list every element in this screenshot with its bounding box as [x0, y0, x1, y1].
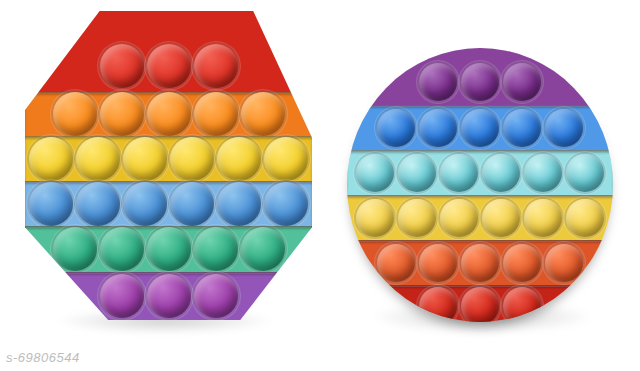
- circle-popit-row-yellow: [347, 195, 613, 240]
- circle-popit-bubble-cyan-3: [440, 154, 478, 192]
- circle-popit-bubble-cyan-2: [398, 154, 436, 192]
- octagon-popit-bubble-purple-1: [100, 274, 144, 318]
- octagon-popit-bubble-green-2: [100, 227, 144, 271]
- circle-popit-bubble-orange-1: [377, 244, 415, 282]
- octagon-popit-bubble-orange-3: [147, 92, 191, 136]
- octagon-popit-bubble-yellow-1: [29, 137, 73, 181]
- product-photo: s-69806544: [0, 0, 640, 371]
- octagon-popit-bubble-yellow-5: [217, 137, 261, 181]
- octagon-popit-bubble-orange-2: [100, 92, 144, 136]
- octagon-popit-bubble-green-4: [194, 227, 238, 271]
- circle-popit-bubble-yellow-6: [566, 199, 604, 237]
- circle-popit-row-purple: [347, 48, 613, 105]
- octagon-popit-bubble-blue-6: [264, 182, 308, 226]
- octagon-popit-row-green: [25, 226, 312, 272]
- circle-popit: [347, 48, 613, 322]
- octagon-popit-row-red: [25, 11, 312, 92]
- octagon-popit-bubble-blue-5: [217, 182, 261, 226]
- circle-popit-bubble-purple-2: [461, 63, 499, 101]
- circle-popit-row-blue: [347, 105, 613, 150]
- octagon-popit-bubble-green-1: [53, 227, 97, 271]
- octagon-popit-bubble-yellow-4: [170, 137, 214, 181]
- circle-popit-bubble-blue-5: [545, 109, 583, 147]
- circle-popit-bubble-cyan-4: [482, 154, 520, 192]
- circle-popit-row-orange: [347, 240, 613, 285]
- circle-popit-bubble-blue-1: [377, 109, 415, 147]
- circle-popit-bubble-yellow-2: [398, 199, 436, 237]
- octagon-popit-bubble-orange-4: [194, 92, 238, 136]
- octagon-popit-bubble-orange-1: [53, 92, 97, 136]
- octagon-popit-row-yellow: [25, 136, 312, 181]
- octagon-popit-row-orange: [25, 92, 312, 136]
- octagon-popit-bubble-blue-3: [123, 182, 167, 226]
- octagon-popit-bubble-yellow-6: [264, 137, 308, 181]
- circle-popit-bubble-purple-3: [503, 63, 541, 101]
- circle-popit-bubble-orange-3: [461, 244, 499, 282]
- octagon-popit-bubble-blue-4: [170, 182, 214, 226]
- circle-popit-bubble-orange-2: [419, 244, 457, 282]
- octagon-popit-bubble-yellow-2: [76, 137, 120, 181]
- octagon-popit-bubble-blue-1: [29, 182, 73, 226]
- octagon-popit-bubble-green-5: [241, 227, 285, 271]
- circle-popit-bubble-yellow-3: [440, 199, 478, 237]
- circle-popit-bubble-blue-2: [419, 109, 457, 147]
- octagon-popit-bubble-red-3: [194, 44, 238, 88]
- octagon-popit-bubble-red-2: [147, 44, 191, 88]
- circle-popit-bubble-yellow-1: [356, 199, 394, 237]
- octagon-popit-bubble-yellow-3: [123, 137, 167, 181]
- circle-popit-bubble-red-2: [461, 287, 499, 322]
- octagon-popit-row-blue: [25, 181, 312, 226]
- circle-popit-bubble-blue-3: [461, 109, 499, 147]
- circle-popit-bubble-yellow-4: [482, 199, 520, 237]
- circle-popit-bubble-purple-1: [419, 63, 457, 101]
- circle-popit-bubble-orange-5: [545, 244, 583, 282]
- circle-popit-bubble-cyan-5: [524, 154, 562, 192]
- circle-popit-bubble-orange-4: [503, 244, 541, 282]
- circle-popit-bubble-cyan-6: [566, 154, 604, 192]
- watermark-text: s-69806544: [6, 350, 80, 365]
- octagon-popit-bubble-purple-2: [147, 274, 191, 318]
- circle-popit-bubble-cyan-1: [356, 154, 394, 192]
- octagon-popit: [25, 11, 312, 320]
- octagon-popit-bubble-purple-3: [194, 274, 238, 318]
- octagon-popit-row-purple: [25, 272, 312, 320]
- circle-popit-bubble-blue-4: [503, 109, 541, 147]
- octagon-popit-bubble-green-3: [147, 227, 191, 271]
- octagon-popit-bubble-blue-2: [76, 182, 120, 226]
- circle-popit-bubble-yellow-5: [524, 199, 562, 237]
- octagon-popit-bubble-red-1: [100, 44, 144, 88]
- circle-popit-row-cyan: [347, 150, 613, 195]
- octagon-popit-bubble-orange-5: [241, 92, 285, 136]
